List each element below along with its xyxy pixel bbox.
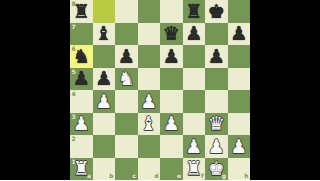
- square-c2[interactable]: [115, 135, 138, 158]
- square-d8[interactable]: [138, 0, 161, 23]
- square-c8[interactable]: [115, 0, 138, 23]
- white-queen-g3[interactable]: ♛: [208, 114, 225, 133]
- square-e6[interactable]: ♟: [160, 45, 183, 68]
- square-h5[interactable]: [228, 68, 251, 91]
- square-h8[interactable]: [228, 0, 251, 23]
- square-a5[interactable]: 5♟: [70, 68, 93, 91]
- white-pawn-h2[interactable]: ♟: [230, 137, 247, 156]
- rank-label-2: 2: [72, 136, 76, 142]
- square-d4[interactable]: ♟: [138, 90, 161, 113]
- square-g2[interactable]: ♟: [205, 135, 228, 158]
- square-g3[interactable]: ♛: [205, 113, 228, 136]
- square-f3[interactable]: [183, 113, 206, 136]
- square-d3[interactable]: ♝: [138, 113, 161, 136]
- white-pawn-a3[interactable]: ♟: [73, 114, 90, 133]
- file-label-h: h: [244, 173, 248, 179]
- white-pawn-f2[interactable]: ♟: [185, 137, 202, 156]
- black-pawn-f7[interactable]: ♟: [185, 24, 202, 43]
- square-b5[interactable]: ♟: [93, 68, 116, 91]
- square-f8[interactable]: ♜: [183, 0, 206, 23]
- square-g5[interactable]: [205, 68, 228, 91]
- square-f4[interactable]: [183, 90, 206, 113]
- square-f2[interactable]: ♟: [183, 135, 206, 158]
- file-label-c: c: [132, 173, 136, 179]
- square-f1[interactable]: f♜: [183, 158, 206, 181]
- square-b7[interactable]: ♝: [93, 23, 116, 46]
- square-e2[interactable]: [160, 135, 183, 158]
- black-pawn-a5[interactable]: ♟: [73, 69, 90, 88]
- white-pawn-d4[interactable]: ♟: [140, 92, 157, 111]
- square-a6[interactable]: 6♞: [70, 45, 93, 68]
- white-knight-c5[interactable]: ♞: [118, 69, 135, 88]
- square-c3[interactable]: [115, 113, 138, 136]
- square-f6[interactable]: [183, 45, 206, 68]
- white-pawn-g2[interactable]: ♟: [208, 137, 225, 156]
- square-d7[interactable]: [138, 23, 161, 46]
- square-c5[interactable]: ♞: [115, 68, 138, 91]
- square-d5[interactable]: [138, 68, 161, 91]
- square-g7[interactable]: [205, 23, 228, 46]
- square-c7[interactable]: [115, 23, 138, 46]
- letterbox-stage: 8♜♜♚7♝♛♟♟6♞♟♟♟5♟♟♞4♟♟3♟♝♟♛2♟♟♟1a♜bcdef♜g…: [0, 0, 320, 180]
- black-pawn-c6[interactable]: ♟: [118, 47, 135, 66]
- file-label-d: d: [154, 173, 158, 179]
- square-e5[interactable]: [160, 68, 183, 91]
- white-rook-a1[interactable]: ♜: [73, 159, 90, 178]
- chess-board: 8♜♜♚7♝♛♟♟6♞♟♟♟5♟♟♞4♟♟3♟♝♟♛2♟♟♟1a♜bcdef♜g…: [70, 0, 250, 180]
- black-knight-a6[interactable]: ♞: [73, 47, 90, 66]
- square-b6[interactable]: [93, 45, 116, 68]
- black-pawn-g6[interactable]: ♟: [208, 47, 225, 66]
- square-g6[interactable]: ♟: [205, 45, 228, 68]
- square-a3[interactable]: 3♟: [70, 113, 93, 136]
- white-pawn-e3[interactable]: ♟: [163, 114, 180, 133]
- square-g4[interactable]: [205, 90, 228, 113]
- square-h4[interactable]: [228, 90, 251, 113]
- square-b8[interactable]: [93, 0, 116, 23]
- black-bishop-b7[interactable]: ♝: [95, 24, 112, 43]
- square-b4[interactable]: ♟: [93, 90, 116, 113]
- white-king-g1[interactable]: ♚: [208, 159, 225, 178]
- square-h2[interactable]: ♟: [228, 135, 251, 158]
- square-g8[interactable]: ♚: [205, 0, 228, 23]
- square-e8[interactable]: [160, 0, 183, 23]
- white-rook-f1[interactable]: ♜: [185, 159, 202, 178]
- square-a4[interactable]: 4: [70, 90, 93, 113]
- square-a1[interactable]: 1a♜: [70, 158, 93, 181]
- black-rook-f8[interactable]: ♜: [185, 2, 202, 21]
- square-h1[interactable]: h: [228, 158, 251, 181]
- file-label-e: e: [177, 173, 181, 179]
- square-c1[interactable]: c: [115, 158, 138, 181]
- square-e1[interactable]: e: [160, 158, 183, 181]
- square-h6[interactable]: [228, 45, 251, 68]
- square-b2[interactable]: [93, 135, 116, 158]
- square-c4[interactable]: [115, 90, 138, 113]
- rank-label-7: 7: [72, 24, 76, 30]
- square-g1[interactable]: g♚: [205, 158, 228, 181]
- rank-label-4: 4: [72, 91, 76, 97]
- square-e4[interactable]: [160, 90, 183, 113]
- black-pawn-h7[interactable]: ♟: [230, 24, 247, 43]
- square-a7[interactable]: 7: [70, 23, 93, 46]
- square-d1[interactable]: d: [138, 158, 161, 181]
- square-e3[interactable]: ♟: [160, 113, 183, 136]
- square-h3[interactable]: [228, 113, 251, 136]
- square-b3[interactable]: [93, 113, 116, 136]
- file-label-b: b: [109, 173, 113, 179]
- square-f7[interactable]: ♟: [183, 23, 206, 46]
- square-d6[interactable]: [138, 45, 161, 68]
- square-c6[interactable]: ♟: [115, 45, 138, 68]
- square-a2[interactable]: 2: [70, 135, 93, 158]
- square-e7[interactable]: ♛: [160, 23, 183, 46]
- square-a8[interactable]: 8♜: [70, 0, 93, 23]
- square-d2[interactable]: [138, 135, 161, 158]
- black-rook-a8[interactable]: ♜: [73, 2, 90, 21]
- square-h7[interactable]: ♟: [228, 23, 251, 46]
- square-b1[interactable]: b: [93, 158, 116, 181]
- black-pawn-e6[interactable]: ♟: [163, 47, 180, 66]
- black-king-g8[interactable]: ♚: [208, 2, 225, 21]
- black-queen-e7[interactable]: ♛: [163, 24, 180, 43]
- white-bishop-d3[interactable]: ♝: [140, 114, 157, 133]
- black-pawn-b5[interactable]: ♟: [95, 69, 112, 88]
- square-f5[interactable]: [183, 68, 206, 91]
- white-pawn-b4[interactable]: ♟: [95, 92, 112, 111]
